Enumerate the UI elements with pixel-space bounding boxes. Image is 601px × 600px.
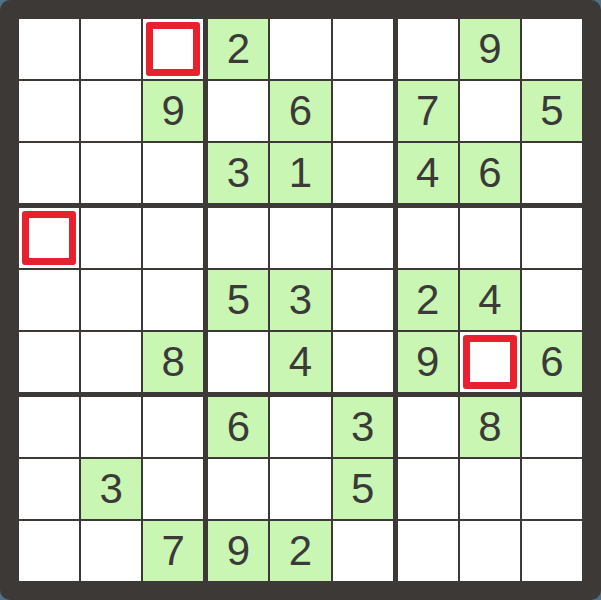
cell-r3c1[interactable] <box>19 143 79 203</box>
cell-r8c1[interactable] <box>19 459 79 519</box>
cell-digit: 6 <box>540 341 563 383</box>
cell-r3c7[interactable]: 4 <box>398 143 458 203</box>
cell-digit: 9 <box>162 90 185 132</box>
cell-r3c6[interactable] <box>333 143 393 203</box>
cell-r8c6[interactable]: 5 <box>333 459 393 519</box>
cell-digit: 2 <box>289 530 312 572</box>
cell-r2c5[interactable]: 6 <box>270 81 330 141</box>
cell-digit: 3 <box>99 468 122 510</box>
sudoku-box: 37 <box>19 397 203 581</box>
cell-r4c5[interactable] <box>270 208 330 268</box>
cell-r8c2[interactable]: 3 <box>81 459 141 519</box>
cell-r6c2[interactable] <box>81 332 141 392</box>
cell-r2c9[interactable]: 5 <box>522 81 582 141</box>
cell-digit: 7 <box>162 530 185 572</box>
cell-r7c3[interactable] <box>143 397 203 457</box>
cell-r2c2[interactable] <box>81 81 141 141</box>
sudoku-box: 63592 <box>208 397 392 581</box>
cell-digit: 1 <box>289 152 312 194</box>
cell-r9c2[interactable] <box>81 521 141 581</box>
cell-r6c1[interactable] <box>19 332 79 392</box>
cell-digit: 6 <box>478 152 501 194</box>
cell-r8c8[interactable] <box>460 459 520 519</box>
sudoku-box: 8 <box>398 397 582 581</box>
sudoku-box: 9 <box>19 19 203 203</box>
selection-ring <box>146 22 200 76</box>
cell-r4c8[interactable] <box>460 208 520 268</box>
cell-r5c7[interactable]: 2 <box>398 270 458 330</box>
cell-digit: 4 <box>478 279 501 321</box>
cell-r1c6[interactable] <box>333 19 393 79</box>
cell-digit: 4 <box>289 341 312 383</box>
cell-digit: 4 <box>416 152 439 194</box>
cell-r9c8[interactable] <box>460 521 520 581</box>
cell-r8c7[interactable] <box>398 459 458 519</box>
cell-r6c3[interactable]: 8 <box>143 332 203 392</box>
cell-r9c1[interactable] <box>19 521 79 581</box>
cell-r9c5[interactable]: 2 <box>270 521 330 581</box>
cell-digit: 2 <box>227 28 250 70</box>
cell-r6c4[interactable] <box>208 332 268 392</box>
cell-r1c1[interactable] <box>19 19 79 79</box>
cell-digit: 6 <box>289 90 312 132</box>
cell-r2c1[interactable] <box>19 81 79 141</box>
cell-r7c7[interactable] <box>398 397 458 457</box>
cell-digit: 9 <box>478 28 501 70</box>
cell-digit: 5 <box>351 468 374 510</box>
sudoku-grid: 92631975468534249637635928 <box>19 19 582 581</box>
cell-digit: 5 <box>227 279 250 321</box>
cell-r8c9[interactable] <box>522 459 582 519</box>
cell-digit: 9 <box>227 530 250 572</box>
cell-r1c8[interactable]: 9 <box>460 19 520 79</box>
cell-digit: 9 <box>416 341 439 383</box>
cell-r5c2[interactable] <box>81 270 141 330</box>
cell-r1c5[interactable] <box>270 19 330 79</box>
cell-r4c7[interactable] <box>398 208 458 268</box>
cell-r5c8[interactable]: 4 <box>460 270 520 330</box>
cell-r6c9[interactable]: 6 <box>522 332 582 392</box>
cell-r4c4[interactable] <box>208 208 268 268</box>
cell-digit: 3 <box>289 279 312 321</box>
cell-r7c6[interactable]: 3 <box>333 397 393 457</box>
cell-r8c3[interactable] <box>143 459 203 519</box>
cell-r9c6[interactable] <box>333 521 393 581</box>
cell-r4c1[interactable] <box>19 208 79 268</box>
cell-r2c8[interactable] <box>460 81 520 141</box>
cell-r3c9[interactable] <box>522 143 582 203</box>
cell-r8c5[interactable] <box>270 459 330 519</box>
cell-r4c2[interactable] <box>81 208 141 268</box>
cell-digit: 5 <box>540 90 563 132</box>
cell-r7c5[interactable] <box>270 397 330 457</box>
cell-r3c5[interactable]: 1 <box>270 143 330 203</box>
cell-r2c4[interactable] <box>208 81 268 141</box>
cell-r6c8[interactable] <box>460 332 520 392</box>
sudoku-box: 97546 <box>398 19 582 203</box>
cell-r7c9[interactable] <box>522 397 582 457</box>
cell-r6c5[interactable]: 4 <box>270 332 330 392</box>
cell-r7c4[interactable]: 6 <box>208 397 268 457</box>
sudoku-box: 534 <box>208 208 392 392</box>
cell-digit: 8 <box>478 406 501 448</box>
page: { "game": "sudoku", "position": "...2...… <box>0 0 601 600</box>
selection-ring <box>22 211 76 265</box>
cell-r1c2[interactable] <box>81 19 141 79</box>
cell-r9c4[interactable]: 9 <box>208 521 268 581</box>
cell-r7c1[interactable] <box>19 397 79 457</box>
cell-r3c4[interactable]: 3 <box>208 143 268 203</box>
cell-digit: 8 <box>162 341 185 383</box>
cell-r5c4[interactable]: 5 <box>208 270 268 330</box>
sudoku-box: 8 <box>19 208 203 392</box>
cell-r6c6[interactable] <box>333 332 393 392</box>
cell-r3c8[interactable]: 6 <box>460 143 520 203</box>
cell-digit: 3 <box>351 406 374 448</box>
selection-ring <box>463 335 517 389</box>
cell-r5c9[interactable] <box>522 270 582 330</box>
cell-r1c4[interactable]: 2 <box>208 19 268 79</box>
sudoku-box: 2631 <box>208 19 392 203</box>
sudoku-box: 2496 <box>398 208 582 392</box>
cell-r6c7[interactable]: 9 <box>398 332 458 392</box>
cell-r2c7[interactable]: 7 <box>398 81 458 141</box>
cell-r7c2[interactable] <box>81 397 141 457</box>
cell-digit: 6 <box>227 406 250 448</box>
cell-r7c8[interactable]: 8 <box>460 397 520 457</box>
cell-r3c3[interactable] <box>143 143 203 203</box>
cell-r1c7[interactable] <box>398 19 458 79</box>
cell-r5c3[interactable] <box>143 270 203 330</box>
cell-r3c2[interactable] <box>81 143 141 203</box>
cell-r9c3[interactable]: 7 <box>143 521 203 581</box>
cell-r2c3[interactable]: 9 <box>143 81 203 141</box>
cell-digit: 2 <box>416 279 439 321</box>
cell-r9c9[interactable] <box>522 521 582 581</box>
cell-r4c6[interactable] <box>333 208 393 268</box>
cell-digit: 7 <box>416 90 439 132</box>
sudoku-board: 92631975468534249637635928 <box>0 0 601 600</box>
cell-r4c3[interactable] <box>143 208 203 268</box>
cell-r5c6[interactable] <box>333 270 393 330</box>
cell-r1c9[interactable] <box>522 19 582 79</box>
cell-r4c9[interactable] <box>522 208 582 268</box>
cell-r1c3[interactable] <box>143 19 203 79</box>
cell-r9c7[interactable] <box>398 521 458 581</box>
cell-r2c6[interactable] <box>333 81 393 141</box>
cell-r8c4[interactable] <box>208 459 268 519</box>
cell-r5c1[interactable] <box>19 270 79 330</box>
cell-digit: 3 <box>227 152 250 194</box>
cell-r5c5[interactable]: 3 <box>270 270 330 330</box>
